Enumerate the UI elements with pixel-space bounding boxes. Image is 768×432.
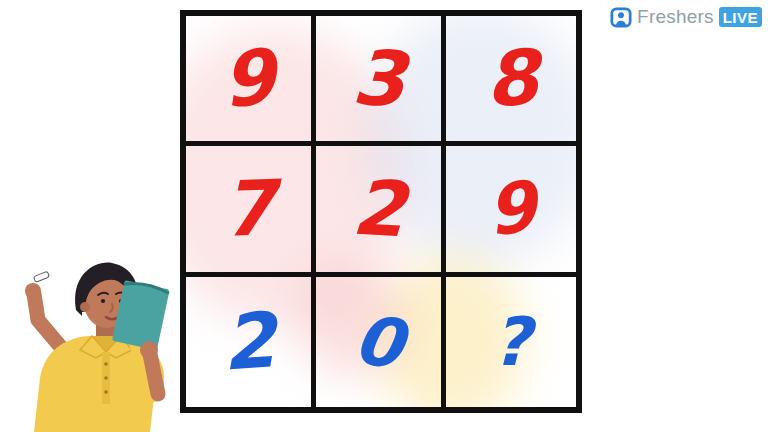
logo-brand-text: Freshers [637,6,714,28]
number-grid: 9 3 8 7 2 9 2 0 ? [186,16,576,407]
person-illustration [0,258,180,432]
cell-value: 8 [483,39,540,118]
cell-value: 0 [349,304,408,380]
grid-cell-r0c1: 3 [316,16,446,146]
grid-cell-r2c2-missing: ? [446,277,576,407]
grid-cell-r1c0: 7 [186,146,316,276]
grid-cell-r2c0: 2 [186,277,316,407]
missing-value-question-mark: ? [492,308,531,375]
cell-value: 7 [221,170,277,248]
cell-value: 9 [483,172,539,247]
fresherslive-logo[interactable]: Freshers LIVE [610,6,762,28]
logo-live-badge: LIVE [719,7,762,27]
cell-value: 2 [219,302,277,382]
fresherslive-logo-icon [610,6,632,28]
cell-value: 3 [350,39,407,118]
grid-cell-r1c2: 9 [446,146,576,276]
grid-cell-r2c1: 0 [316,277,446,407]
cell-value: 9 [219,38,278,118]
cell-value: 2 [350,170,407,249]
page: Freshers LIVE 9 3 8 7 2 9 [0,0,768,432]
grid-cell-r1c1: 2 [316,146,446,276]
grid-cell-r0c2: 8 [446,16,576,146]
grid-cell-r0c0: 9 [186,16,316,146]
puzzle-board: 9 3 8 7 2 9 2 0 ? [180,10,582,413]
